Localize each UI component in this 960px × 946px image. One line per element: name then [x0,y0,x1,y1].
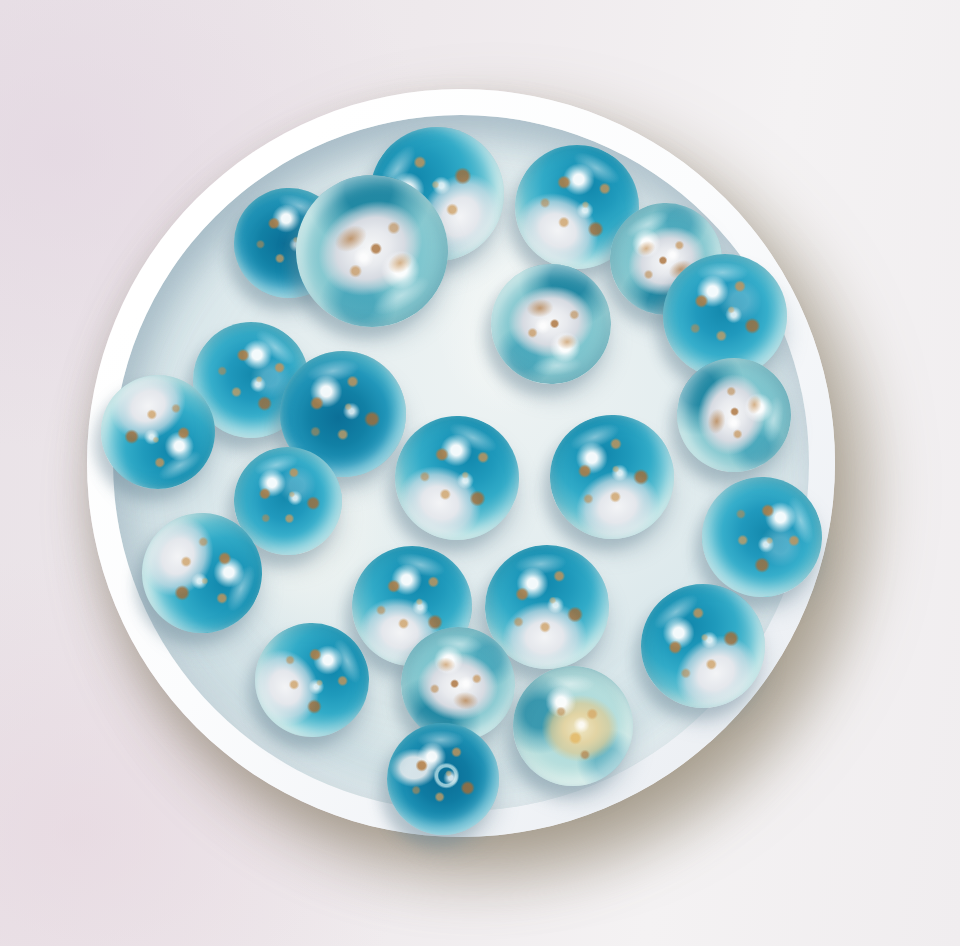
bead-glass [533,398,692,557]
bead-V [513,666,633,786]
bead-glass [513,666,633,786]
bead-K [401,627,515,741]
beads-layer [0,0,960,946]
bead-E [101,375,215,489]
bead-W [395,416,519,540]
bead-I [255,623,369,737]
bead-T [641,584,765,708]
bead-H [142,513,262,633]
bead-C [296,175,448,327]
bead-glass [668,349,800,481]
photo-of-glass-beads [0,0,960,946]
bead-glass [486,259,616,389]
bead-glass [387,723,499,835]
bead-M [387,723,499,835]
bead-P [491,264,611,384]
bead-R [550,415,674,539]
bead-S [702,477,822,597]
bead-Q2 [677,358,791,472]
